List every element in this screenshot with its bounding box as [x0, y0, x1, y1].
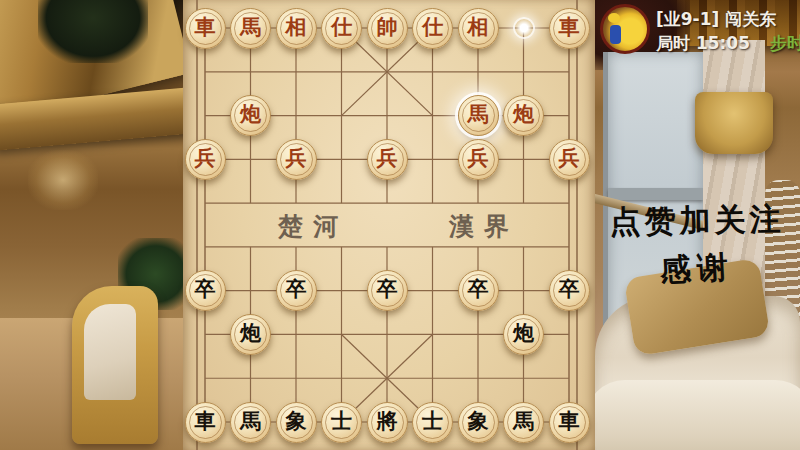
promo-line-1: 点赞加关注 [594, 198, 800, 244]
piece-red-相[interactable]: 相 [276, 8, 317, 49]
chandelier-glow [28, 150, 98, 210]
step-time: 步时 [770, 32, 800, 55]
promo-text: 点赞加关注 感谢 [594, 200, 800, 290]
window-frame-bar [608, 188, 703, 200]
piece-label: 卒 [377, 279, 398, 300]
streamer-title: [业9-1] 闯关东 [656, 8, 776, 31]
piece-black-車[interactable]: 車 [185, 402, 226, 443]
piece-label: 仕 [331, 17, 352, 38]
piece-label: 兵 [286, 148, 307, 169]
piece-label: 卒 [559, 279, 580, 300]
chair-cushion [84, 304, 136, 400]
gilded-chair [72, 286, 158, 444]
piece-red-兵[interactable]: 兵 [549, 139, 590, 180]
streamer-avatar[interactable] [600, 4, 650, 54]
piece-black-車[interactable]: 車 [549, 402, 590, 443]
piece-label: 兵 [559, 148, 580, 169]
piece-label: 卒 [286, 279, 307, 300]
xiangqi-board[interactable]: 楚河 漢界 車馬相仕帥仕相車炮馬炮兵兵兵兵兵卒卒卒卒卒炮炮車馬象士將士象馬車 [183, 0, 595, 450]
piece-label: 車 [559, 411, 580, 432]
avatar-figure-blue [610, 25, 621, 44]
piece-red-炮[interactable]: 炮 [503, 95, 544, 136]
piece-label: 馬 [468, 104, 489, 125]
piece-red-兵[interactable]: 兵 [185, 139, 226, 180]
piece-label: 車 [559, 17, 580, 38]
piece-black-炮[interactable]: 炮 [503, 314, 544, 355]
piece-label: 將 [377, 411, 398, 432]
piece-black-卒[interactable]: 卒 [276, 270, 317, 311]
piece-label: 相 [468, 17, 489, 38]
piece-black-象[interactable]: 象 [458, 402, 499, 443]
piece-label: 仕 [422, 17, 443, 38]
piece-black-象[interactable]: 象 [276, 402, 317, 443]
piece-label: 卒 [468, 279, 489, 300]
piece-label: 炮 [240, 323, 261, 344]
piece-label: 兵 [377, 148, 398, 169]
piece-black-馬[interactable]: 馬 [230, 402, 271, 443]
piece-red-炮[interactable]: 炮 [230, 95, 271, 136]
last-move-origin-marker [513, 17, 535, 39]
piece-black-士[interactable]: 士 [412, 402, 453, 443]
piece-black-卒[interactable]: 卒 [549, 270, 590, 311]
piece-red-兵[interactable]: 兵 [276, 139, 317, 180]
piece-label: 兵 [468, 148, 489, 169]
piece-label: 馬 [240, 17, 261, 38]
piece-red-車[interactable]: 車 [185, 8, 226, 49]
streamer-info: [业9-1] 闯关东 局时 15:05 步时 [598, 2, 800, 62]
piece-label: 帥 [377, 17, 398, 38]
game-time: 局时 15:05 [656, 33, 750, 53]
piece-black-馬[interactable]: 馬 [503, 402, 544, 443]
ceiling-foliage-decor [38, 0, 148, 63]
piece-black-將[interactable]: 將 [367, 402, 408, 443]
piece-red-車[interactable]: 車 [549, 8, 590, 49]
piece-label: 炮 [513, 323, 534, 344]
piece-red-仕[interactable]: 仕 [412, 8, 453, 49]
piece-label: 炮 [513, 104, 534, 125]
piece-label: 士 [331, 411, 352, 432]
clock-row: 局时 15:05 步时 [656, 32, 750, 55]
river-label-right: 漢界 [449, 208, 519, 246]
river-label-left: 楚河 [278, 208, 348, 246]
piece-label: 相 [286, 17, 307, 38]
piece-black-卒[interactable]: 卒 [458, 270, 499, 311]
piece-label: 馬 [513, 411, 534, 432]
piece-red-兵[interactable]: 兵 [367, 139, 408, 180]
piece-red-馬[interactable]: 馬 [230, 8, 271, 49]
piece-red-兵[interactable]: 兵 [458, 139, 499, 180]
piece-black-卒[interactable]: 卒 [367, 270, 408, 311]
piece-red-相[interactable]: 相 [458, 8, 499, 49]
piece-label: 象 [286, 411, 307, 432]
piece-label: 兵 [195, 148, 216, 169]
piece-label: 車 [195, 411, 216, 432]
stream-frame: 楚河 漢界 車馬相仕帥仕相車炮馬炮兵兵兵兵兵卒卒卒卒卒炮炮車馬象士將士象馬車 [… [0, 0, 800, 450]
piece-label: 馬 [240, 411, 261, 432]
promo-line-2: 感谢 [593, 243, 800, 296]
piece-label: 士 [422, 411, 443, 432]
piece-black-炮[interactable]: 炮 [230, 314, 271, 355]
piece-label: 車 [195, 17, 216, 38]
sofa-arm-roll [585, 380, 800, 450]
piece-red-仕[interactable]: 仕 [321, 8, 362, 49]
board-grid [183, 0, 595, 450]
piece-black-卒[interactable]: 卒 [185, 270, 226, 311]
gold-column-capital [695, 92, 773, 154]
piece-label: 炮 [240, 104, 261, 125]
palace-background-left [0, 0, 184, 450]
avatar-figure-small [608, 13, 620, 23]
piece-label: 象 [468, 411, 489, 432]
piece-label: 卒 [195, 279, 216, 300]
piece-red-馬[interactable]: 馬 [458, 95, 499, 136]
piece-red-帥[interactable]: 帥 [367, 8, 408, 49]
piece-black-士[interactable]: 士 [321, 402, 362, 443]
white-sofa [595, 296, 800, 450]
